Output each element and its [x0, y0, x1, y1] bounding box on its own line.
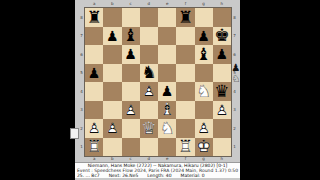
rank-label: 8 — [232, 8, 237, 27]
square-a8: ♜ — [85, 8, 103, 27]
square-h5 — [213, 64, 231, 83]
video-frame[interactable]: abcdefgh abcdefgh 87654321 87654321 ♜♜♟♝… — [0, 0, 320, 180]
square-f2 — [176, 119, 194, 138]
square-b3 — [103, 101, 121, 120]
square-b5 — [103, 64, 121, 83]
game-info-panel: Niemann, Hans Moke (2722) -- Nakamura, H… — [75, 162, 240, 178]
square-h4: ♛ — [213, 82, 231, 101]
square-a4 — [85, 82, 103, 101]
rank-label: 3 — [232, 101, 237, 120]
square-h3: ♟♙ — [213, 101, 231, 120]
black-bishop-g6: ♝ — [195, 45, 213, 64]
square-e2: ♞♘ — [158, 119, 176, 138]
square-f3 — [176, 101, 194, 120]
square-d7 — [140, 27, 158, 46]
black-king-h7: ♚ — [213, 27, 231, 46]
square-a1: ♜♖ — [85, 138, 103, 157]
square-d8 — [140, 8, 158, 27]
square-f6 — [176, 45, 194, 64]
white-knight-e2: ♞♘ — [158, 119, 176, 138]
square-h7: ♚ — [213, 27, 231, 46]
rank-label: 1 — [79, 138, 84, 157]
square-f1: ♜♖ — [176, 138, 194, 157]
square-c4 — [122, 82, 140, 101]
captured-material-tray: ♟♘ — [232, 62, 240, 84]
black-pawn-c6: ♟ — [122, 45, 140, 64]
square-b4 — [103, 82, 121, 101]
square-c6: ♟ — [122, 45, 140, 64]
black-bishop-c7: ♝ — [122, 27, 140, 46]
square-c2 — [122, 119, 140, 138]
square-b8 — [103, 8, 121, 27]
black-rook-f8: ♜ — [176, 8, 194, 27]
black-pawn-g7: ♟ — [195, 27, 213, 46]
rank-label: 7 — [232, 27, 237, 46]
white-rook-f1: ♜♖ — [176, 138, 194, 157]
square-e7 — [158, 27, 176, 46]
square-a5: ♟ — [85, 64, 103, 83]
square-d6 — [140, 45, 158, 64]
rank-label: 5 — [79, 64, 84, 83]
black-pawn-h6: ♟ — [213, 45, 231, 64]
white-pawn-h3: ♟♙ — [213, 101, 231, 120]
square-e6 — [158, 45, 176, 64]
rank-label: 3 — [79, 101, 84, 120]
rank-label: 1 — [232, 138, 237, 157]
status-token: Material: 0 — [181, 173, 205, 178]
left-edge-marker — [70, 128, 79, 139]
white-pawn-a2: ♟♙ — [85, 119, 103, 138]
square-b6 — [103, 45, 121, 64]
file-label: g — [195, 1, 213, 7]
square-a6 — [85, 45, 103, 64]
rank-label: 7 — [79, 27, 84, 46]
black-pawn-b7: ♟ — [103, 27, 121, 46]
square-g7: ♟ — [195, 27, 213, 46]
file-labels-top: abcdefgh — [85, 1, 231, 7]
square-h6: ♟ — [213, 45, 231, 64]
file-label: d — [140, 1, 158, 7]
square-h1 — [213, 138, 231, 157]
status-line: 25. ... Bc7Next: 26.Ne5Length: 40Materia… — [75, 173, 240, 178]
rank-label: 6 — [232, 45, 237, 64]
square-a7 — [85, 27, 103, 46]
white-pawn-g2: ♟♙ — [195, 119, 213, 138]
square-g8 — [195, 8, 213, 27]
square-f5 — [176, 64, 194, 83]
square-d1 — [140, 138, 158, 157]
square-g6: ♝ — [195, 45, 213, 64]
square-g4: ♞♘ — [195, 82, 213, 101]
file-label: b — [103, 1, 121, 7]
square-e5 — [158, 64, 176, 83]
square-g5 — [195, 64, 213, 83]
rank-label: 2 — [232, 119, 237, 138]
white-rook-a1: ♜♖ — [85, 138, 103, 157]
square-d3 — [140, 101, 158, 120]
square-d5: ♞ — [140, 64, 158, 83]
square-d2: ♛♕ — [140, 119, 158, 138]
white-king-g1: ♚♔ — [195, 138, 213, 157]
status-token: 25. ... Bc7 — [77, 173, 100, 178]
square-c1 — [122, 138, 140, 157]
white-knight-icon: ♘ — [232, 73, 241, 84]
square-c3: ♟♙ — [122, 101, 140, 120]
square-a3 — [85, 101, 103, 120]
square-c8 — [122, 8, 140, 27]
square-e4: ♟ — [158, 82, 176, 101]
square-h8 — [213, 8, 231, 27]
black-queen-h4: ♛ — [213, 82, 231, 101]
white-knight-g4: ♞♘ — [195, 82, 213, 101]
square-c5 — [122, 64, 140, 83]
file-label: h — [213, 1, 231, 7]
square-c7: ♝ — [122, 27, 140, 46]
file-label: e — [158, 1, 176, 7]
white-queen-d2: ♛♕ — [140, 119, 158, 138]
square-b1 — [103, 138, 121, 157]
square-b7: ♟ — [103, 27, 121, 46]
black-pawn-e4: ♟ — [158, 82, 176, 101]
white-pawn-d4: ♟♙ — [140, 82, 158, 101]
rank-labels-left: 87654321 — [79, 8, 84, 156]
black-knight-d5: ♞ — [140, 64, 158, 83]
square-b2: ♟♙ — [103, 119, 121, 138]
square-f7 — [176, 27, 194, 46]
square-f8: ♜ — [176, 8, 194, 27]
square-d4: ♟♙ — [140, 82, 158, 101]
black-pawn-icon: ♟ — [232, 62, 241, 73]
status-token: Length: 40 — [147, 173, 171, 178]
rank-label: 4 — [79, 82, 84, 101]
black-pawn-a5: ♟ — [85, 64, 103, 83]
square-e1 — [158, 138, 176, 157]
rank-label: 8 — [79, 8, 84, 27]
white-pawn-b2: ♟♙ — [103, 119, 121, 138]
square-f4 — [176, 82, 194, 101]
status-token: Next: 26.Ne5 — [109, 173, 139, 178]
white-bishop-e3: ♝♗ — [158, 101, 176, 120]
square-e3: ♝♗ — [158, 101, 176, 120]
chess-app-background: abcdefgh abcdefgh 87654321 87654321 ♜♜♟♝… — [75, 0, 240, 180]
black-rook-a8: ♜ — [85, 8, 103, 27]
chess-board: ♜♜♟♝♟♚♟♝♟♟♞♟♙♟♞♘♛♟♙♝♗♟♙♟♙♟♙♛♕♞♘♟♙♜♖♜♖♚♔ — [85, 8, 231, 156]
square-g3 — [195, 101, 213, 120]
square-g1: ♚♔ — [195, 138, 213, 157]
rank-label: 4 — [232, 82, 237, 101]
square-g2: ♟♙ — [195, 119, 213, 138]
file-label: c — [122, 1, 140, 7]
rank-label: 2 — [79, 119, 84, 138]
white-pawn-c3: ♟♙ — [122, 101, 140, 120]
square-e8 — [158, 8, 176, 27]
rank-label: 6 — [79, 45, 84, 64]
square-a2: ♟♙ — [85, 119, 103, 138]
square-h2 — [213, 119, 231, 138]
